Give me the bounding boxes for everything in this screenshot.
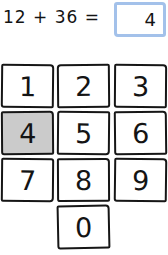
numeric-keypad: 1 2 3 4 5 6 7 8 9 0 bbox=[1, 64, 167, 249]
key-4[interactable]: 4 bbox=[1, 111, 55, 155]
equation-text: 12 + 36 = bbox=[3, 7, 100, 27]
key-2[interactable]: 2 bbox=[57, 64, 111, 108]
math-quiz-screen: 12 + 36 = 4 1 2 3 4 5 6 7 8 9 0 bbox=[0, 0, 168, 255]
key-1[interactable]: 1 bbox=[1, 64, 55, 109]
key-9[interactable]: 9 bbox=[113, 158, 167, 203]
key-7[interactable]: 7 bbox=[1, 158, 55, 202]
key-5[interactable]: 5 bbox=[57, 111, 111, 155]
answer-input[interactable]: 4 bbox=[114, 2, 166, 37]
key-8[interactable]: 8 bbox=[57, 158, 111, 202]
key-0[interactable]: 0 bbox=[57, 204, 111, 249]
key-3[interactable]: 3 bbox=[114, 64, 168, 108]
key-6[interactable]: 6 bbox=[113, 111, 167, 156]
